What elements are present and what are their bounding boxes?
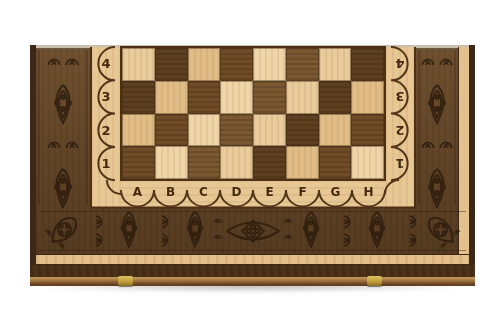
square-e2[interactable] — [253, 114, 286, 147]
square-h3[interactable] — [351, 81, 384, 114]
square-d4[interactable] — [220, 48, 253, 81]
file-label-b: B — [154, 180, 187, 206]
square-g2[interactable] — [319, 114, 352, 147]
square-h2[interactable] — [351, 114, 384, 147]
square-b4[interactable] — [155, 48, 188, 81]
rank-label-2-left: 2 — [91, 114, 121, 147]
box-left-edge — [30, 45, 36, 277]
square-c2[interactable] — [188, 114, 221, 147]
file-label-f: F — [286, 180, 319, 206]
square-d1[interactable] — [220, 146, 253, 179]
rank-label-4-right: 4 — [385, 47, 415, 80]
square-d3[interactable] — [220, 81, 253, 114]
square-e1[interactable] — [253, 146, 286, 179]
rank-label-1-right: 1 — [385, 147, 415, 180]
box-side-panel — [30, 277, 475, 286]
chess-box: 4 3 2 1 4 3 2 1 A B C D E F G H — [30, 45, 475, 286]
square-a2[interactable] — [122, 114, 155, 147]
file-label-d: D — [220, 180, 253, 206]
file-labels: A B C D E F G H — [121, 180, 385, 206]
square-a4[interactable] — [122, 48, 155, 81]
square-e4[interactable] — [253, 48, 286, 81]
square-e3[interactable] — [253, 81, 286, 114]
rank-label-2-right: 2 — [385, 114, 415, 147]
file-label-g: G — [319, 180, 352, 206]
rank-label-4-left: 4 — [91, 47, 121, 80]
square-h4[interactable] — [351, 48, 384, 81]
rank-labels-left: 4 3 2 1 — [91, 47, 121, 180]
square-b1[interactable] — [155, 146, 188, 179]
square-a1[interactable] — [122, 146, 155, 179]
square-c1[interactable] — [188, 146, 221, 179]
square-f2[interactable] — [286, 114, 319, 147]
box-right-edge — [469, 45, 475, 277]
square-b3[interactable] — [155, 81, 188, 114]
square-c3[interactable] — [188, 81, 221, 114]
square-b2[interactable] — [155, 114, 188, 147]
square-h1[interactable] — [351, 146, 384, 179]
rank-label-3-left: 3 — [91, 80, 121, 113]
squares-grid — [121, 47, 385, 180]
inlay-strip-bottom — [36, 254, 469, 265]
file-label-a: A — [121, 180, 154, 206]
square-f1[interactable] — [286, 146, 319, 179]
rank-label-1-left: 1 — [91, 147, 121, 180]
outer-frame-bottom — [30, 265, 475, 277]
inlay-strip-right — [458, 47, 469, 265]
file-label-h: H — [352, 180, 385, 206]
rank-label-3-right: 3 — [385, 80, 415, 113]
file-label-c: C — [187, 180, 220, 206]
square-g3[interactable] — [319, 81, 352, 114]
square-g1[interactable] — [319, 146, 352, 179]
square-a3[interactable] — [122, 81, 155, 114]
square-g4[interactable] — [319, 48, 352, 81]
square-f4[interactable] — [286, 48, 319, 81]
file-label-e: E — [253, 180, 286, 206]
square-f3[interactable] — [286, 81, 319, 114]
product-photo-scene: 4 3 2 1 4 3 2 1 A B C D E F G H — [0, 0, 500, 334]
square-d2[interactable] — [220, 114, 253, 147]
brass-hinge-left — [118, 276, 133, 286]
square-c4[interactable] — [188, 48, 221, 81]
rank-labels-right: 4 3 2 1 — [385, 47, 415, 180]
brass-hinge-right — [367, 276, 382, 286]
